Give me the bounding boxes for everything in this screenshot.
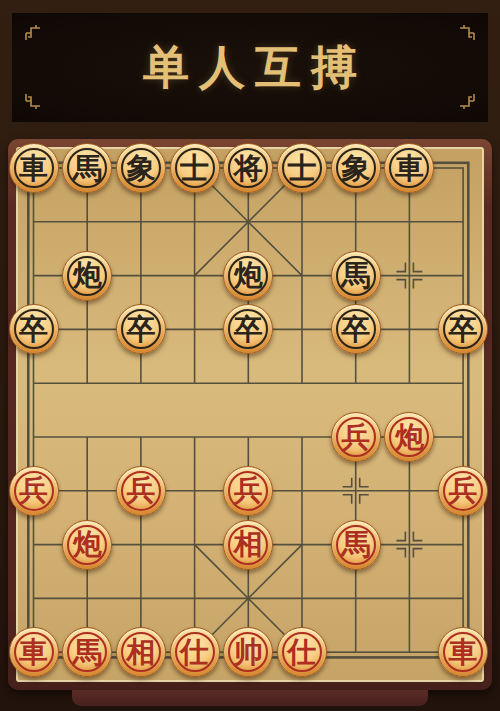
black-piece-車[interactable]: 車 [9,143,59,193]
red-piece-相[interactable]: 相 [116,627,166,677]
piece-glyph: 兵 [341,423,370,452]
piece-glyph: 相 [234,530,263,559]
corner-fret-icon [25,93,42,110]
piece-glyph: 仕 [288,638,317,667]
black-piece-馬[interactable]: 馬 [62,143,112,193]
xiangqi-app: { "game": "xiangqi", "header": { "title"… [0,0,500,711]
piece-glyph: 将 [234,154,263,183]
piece-glyph: 卒 [19,315,48,344]
page-title: 单人互搏 [143,37,367,99]
black-piece-象[interactable]: 象 [116,143,166,193]
black-piece-象[interactable]: 象 [331,143,381,193]
black-piece-炮[interactable]: 炮 [62,251,112,301]
piece-glyph: 士 [180,154,209,183]
piece-glyph: 車 [19,638,48,667]
piece-glyph: 帅 [234,638,263,667]
red-piece-炮[interactable]: 炮 [62,520,112,570]
piece-glyph: 炮 [395,423,424,452]
piece-glyph: 車 [19,154,48,183]
black-piece-馬[interactable]: 馬 [331,251,381,301]
piece-glyph: 兵 [449,476,478,505]
piece-glyph: 馬 [341,530,370,559]
piece-glyph: 相 [126,638,155,667]
corner-fret-icon [25,24,42,41]
piece-glyph: 炮 [73,530,102,559]
piece-glyph: 炮 [234,261,263,290]
board-pedestal [72,690,428,706]
piece-glyph: 卒 [341,315,370,344]
black-piece-炮[interactable]: 炮 [223,251,273,301]
corner-fret-icon [458,93,475,110]
piece-glyph: 仕 [180,638,209,667]
piece-glyph: 象 [126,154,155,183]
piece-glyph: 象 [341,154,370,183]
red-piece-兵[interactable]: 兵 [438,466,488,516]
red-piece-相[interactable]: 相 [223,520,273,570]
red-piece-兵[interactable]: 兵 [223,466,273,516]
red-piece-馬[interactable]: 馬 [331,520,381,570]
piece-glyph: 兵 [19,476,48,505]
piece-glyph: 兵 [126,476,155,505]
black-piece-士[interactable]: 士 [170,143,220,193]
black-piece-卒[interactable]: 卒 [116,304,166,354]
piece-glyph: 卒 [126,315,155,344]
black-piece-卒[interactable]: 卒 [9,304,59,354]
piece-glyph: 兵 [234,476,263,505]
red-piece-車[interactable]: 車 [438,627,488,677]
corner-fret-icon [458,24,475,41]
piece-glyph: 車 [395,154,424,183]
black-piece-士[interactable]: 士 [277,143,327,193]
black-piece-将[interactable]: 将 [223,143,273,193]
red-piece-仕[interactable]: 仕 [170,627,220,677]
red-piece-兵[interactable]: 兵 [9,466,59,516]
piece-glyph: 卒 [234,315,263,344]
piece-glyph: 馬 [341,261,370,290]
piece-glyph: 馬 [73,638,102,667]
piece-glyph: 士 [288,154,317,183]
piece-glyph: 卒 [449,315,478,344]
title-banner: 单人互搏 [12,13,488,122]
black-piece-卒[interactable]: 卒 [331,304,381,354]
piece-glyph: 炮 [73,261,102,290]
piece-glyph: 馬 [73,154,102,183]
piece-glyph: 車 [449,638,478,667]
red-piece-兵[interactable]: 兵 [116,466,166,516]
red-piece-仕[interactable]: 仕 [277,627,327,677]
red-piece-車[interactable]: 車 [9,627,59,677]
red-piece-兵[interactable]: 兵 [331,412,381,462]
